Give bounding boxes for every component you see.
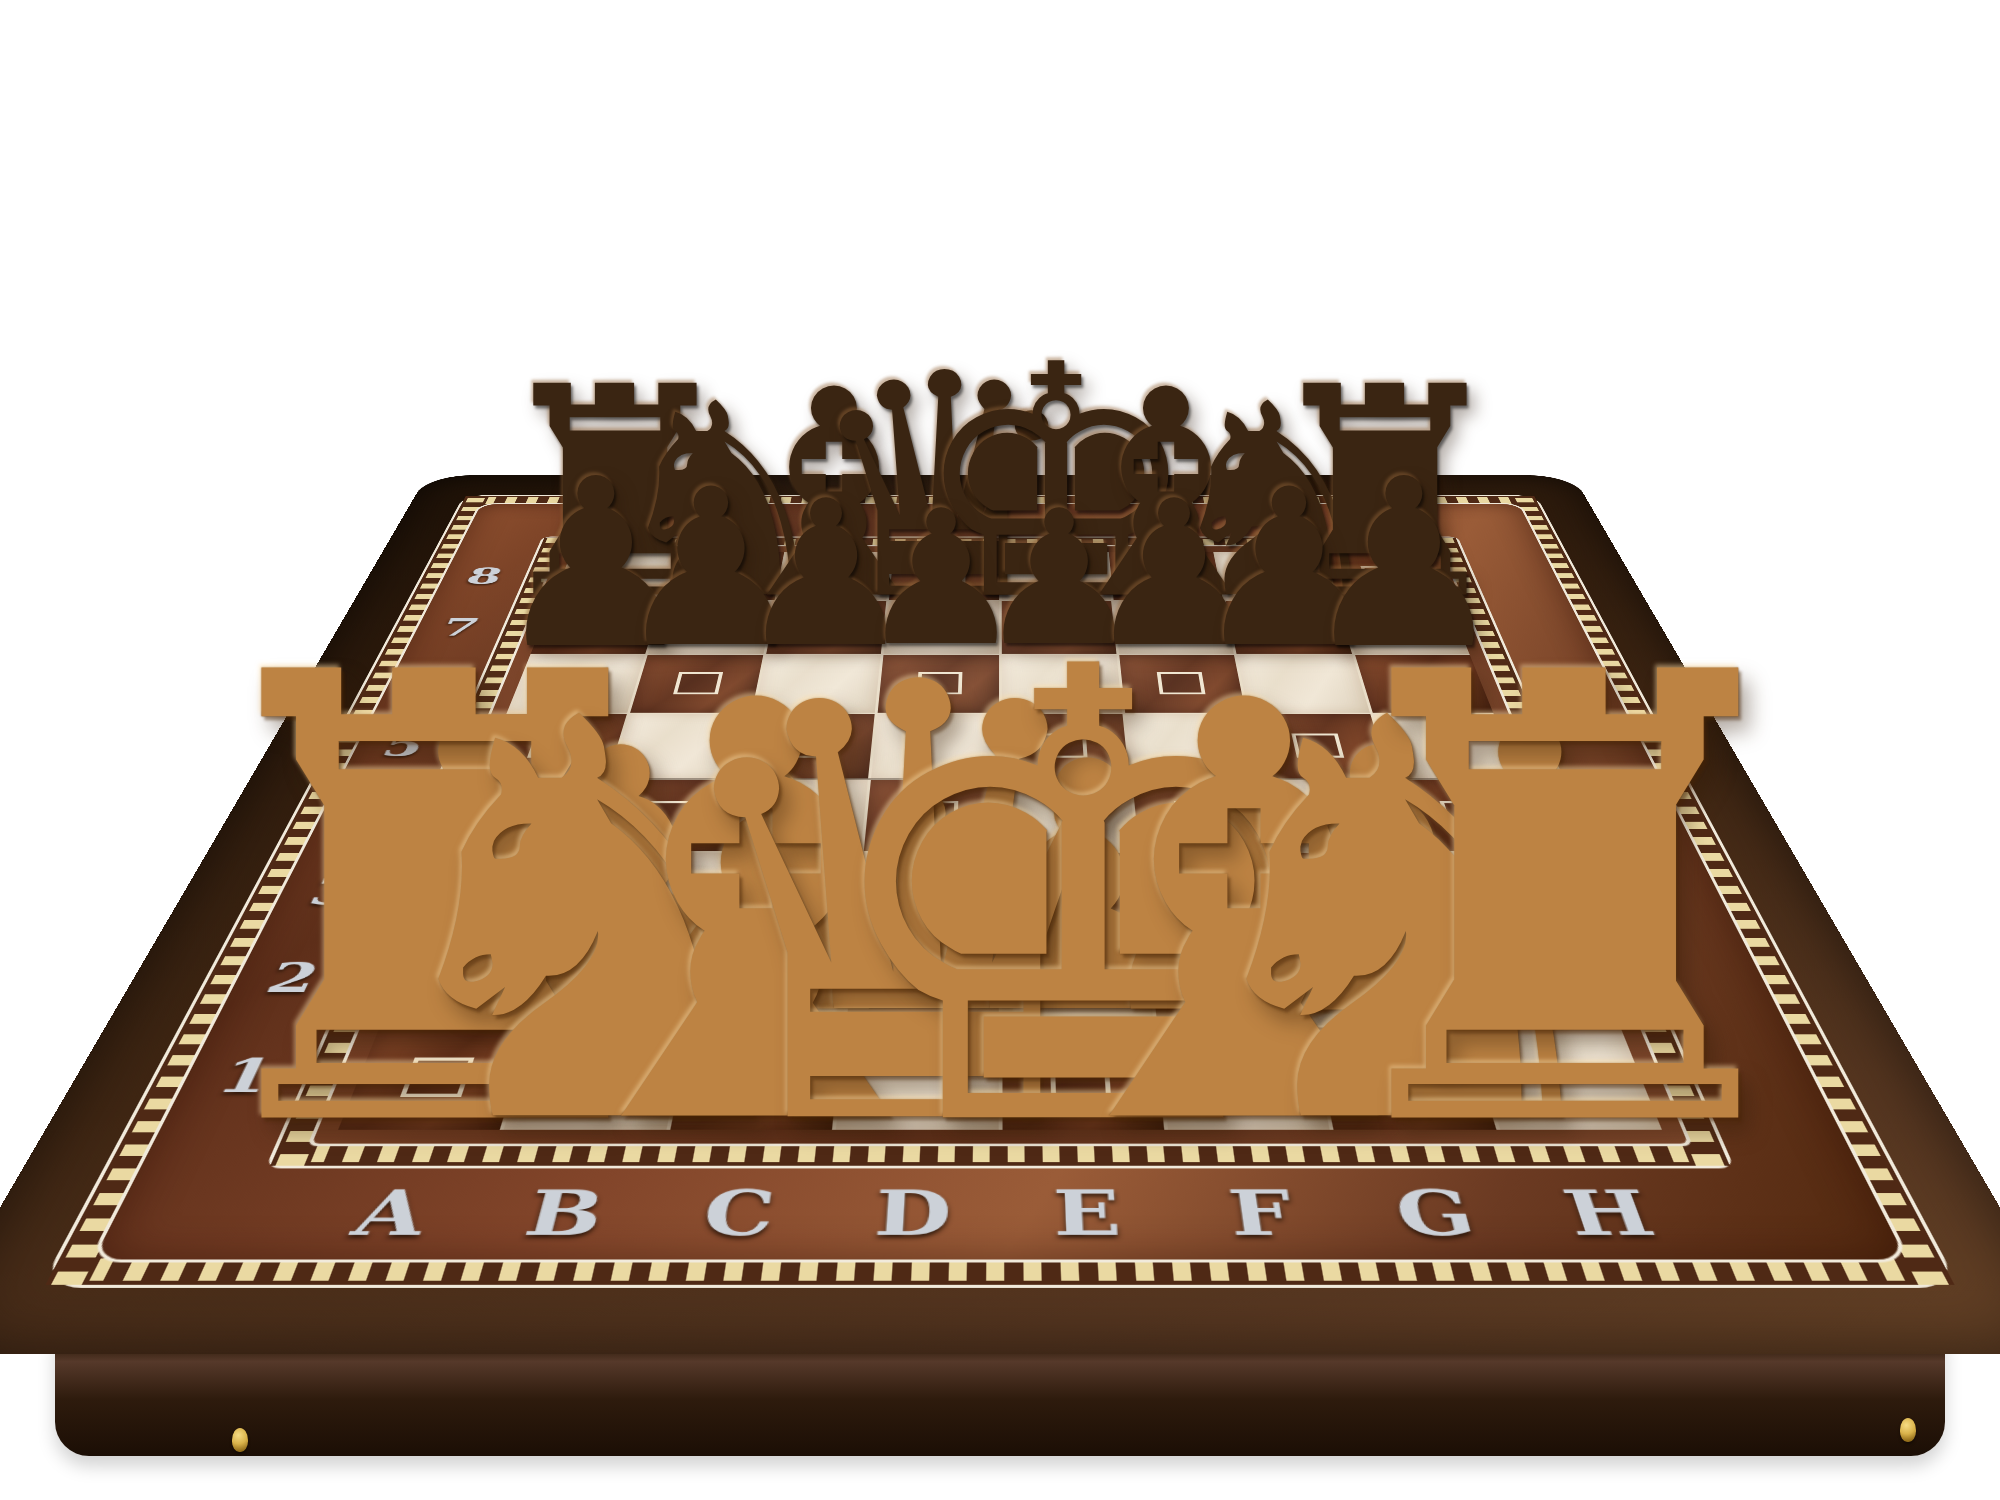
rank-label-3: 3 [302,870,366,913]
file-label-h: H [1555,1177,1665,1251]
rank-label-4: 4 [341,796,401,834]
rank-label-2: 2 [258,954,327,1002]
chess-board: ABCDEFGH12345678 [0,475,2000,1354]
file-label-b: B [518,1177,611,1251]
rank-label-6: 6 [407,668,459,699]
chess-photo-scene: ABCDEFGH12345678 ♜♞♝♛♚♝♞♜♟♟♟♟♟♟♟♟♟♟♟♟♟♟♟… [0,0,2000,1500]
rank-label-8: 8 [461,563,507,589]
rank-label-1: 1 [208,1049,284,1104]
file-label-a: A [343,1177,438,1251]
file-label-d: D [872,1177,952,1251]
brass-foot-right [1900,1418,1916,1442]
coordinate-labels: ABCDEFGH12345678 [0,475,2000,1354]
brass-foot-left [232,1428,248,1452]
rank-label-7: 7 [436,613,485,641]
file-label-g: G [1389,1177,1483,1251]
file-label-e: E [1052,1177,1123,1251]
file-label-c: C [698,1177,780,1251]
file-label-f: F [1225,1177,1299,1251]
rank-label-5: 5 [376,729,432,763]
